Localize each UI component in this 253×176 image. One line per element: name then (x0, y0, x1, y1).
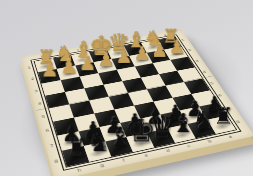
coordinate-label: g (99, 162, 104, 168)
coordinate-label: 3 (34, 89, 38, 93)
coordinate-label: 3 (194, 59, 199, 63)
coordinate-label: 4 (201, 70, 206, 74)
chessboard: ♜♞♝♚♛♝♞♜♟♟♟♟♟♟♟♟♟♟♟♟♟♟♟♟♜♞♝♚♛♝♞♜ hhggffe… (20, 29, 253, 176)
coordinate-label: e (143, 153, 148, 158)
coordinate-label: f (121, 158, 125, 163)
square-h8[interactable]: ♜ (62, 146, 89, 166)
board-top: ♜♞♝♚♛♝♞♜♟♟♟♟♟♟♟♟♟♟♟♟♟♟♟♟♜♞♝♚♛♝♞♜ hhggffe… (20, 29, 253, 176)
coordinate-label: 6 (45, 128, 50, 133)
coordinate-label: 5 (41, 115, 45, 120)
coordinate-label: h (76, 167, 81, 173)
square-a3[interactable] (170, 57, 194, 71)
white-pawn: ♟ (34, 46, 65, 79)
square-h3[interactable] (41, 80, 64, 96)
coordinate-label: d (165, 148, 171, 153)
scene: ♜♞♝♚♛♝♞♜♟♟♟♟♟♟♟♟♟♟♟♟♟♟♟♟♜♞♝♚♛♝♞♜ hhggffe… (0, 0, 253, 176)
coordinate-label: 8 (54, 159, 59, 165)
photo-background: ♜♞♝♚♛♝♞♜♟♟♟♟♟♟♟♟♟♟♟♟♟♟♟♟♜♞♝♚♛♝♞♜ hhggffe… (0, 0, 253, 176)
coordinate-label: b (206, 139, 212, 144)
black-rook: ♜ (58, 121, 95, 160)
coordinate-label: a (227, 134, 233, 139)
coordinate-label: c (186, 143, 191, 148)
coordinate-label: 4 (37, 101, 41, 105)
